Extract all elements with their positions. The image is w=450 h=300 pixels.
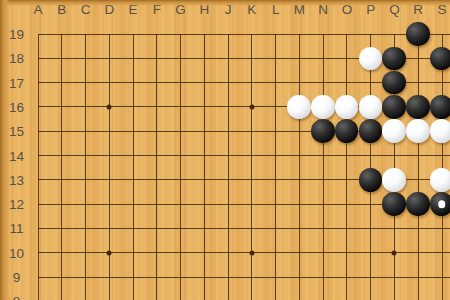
stone-cell — [359, 95, 383, 119]
stone-cell — [359, 119, 383, 143]
row-label: 15 — [9, 124, 24, 139]
stone-white — [430, 168, 450, 192]
stone-white — [382, 168, 406, 192]
stone-cell — [335, 95, 359, 119]
stone-black — [430, 95, 450, 119]
stone-black — [406, 192, 430, 216]
last-move-marker — [438, 200, 446, 208]
stone-cell — [406, 22, 430, 46]
board-edge-top — [0, 0, 450, 6]
stone-cell — [406, 192, 430, 216]
stone-cell — [382, 70, 406, 94]
stone-black — [382, 47, 406, 71]
row-label: 12 — [9, 197, 24, 212]
go-board[interactable]: ABCDEFGHJKLMNOPQRS1918171615141312111098 — [0, 0, 450, 300]
stone-white — [359, 47, 383, 71]
stone-cell — [430, 46, 450, 70]
row-label: 8 — [13, 294, 21, 300]
stone-black — [335, 119, 359, 143]
stone-black — [382, 192, 406, 216]
stone-cell — [430, 95, 450, 119]
stone-black — [359, 168, 383, 192]
stone-cell — [406, 95, 430, 119]
row-label: 19 — [9, 27, 24, 42]
stone-cell — [382, 119, 406, 143]
stone-black — [430, 47, 450, 71]
stone-white — [359, 95, 383, 119]
stone-white — [406, 119, 430, 143]
stone-cell — [382, 95, 406, 119]
stone-white — [335, 95, 359, 119]
row-label: 16 — [9, 99, 24, 114]
stone-cell — [406, 119, 430, 143]
stone-cell — [430, 192, 450, 216]
stone-white — [430, 119, 450, 143]
board-edge-left — [0, 0, 9, 300]
stone-white — [311, 95, 335, 119]
row-label: 14 — [9, 148, 24, 163]
stone-white — [382, 119, 406, 143]
row-label: 17 — [9, 75, 24, 90]
stone-cell — [430, 168, 450, 192]
stone-black — [406, 22, 430, 46]
stone-black — [382, 95, 406, 119]
stone-cell — [335, 119, 359, 143]
row-label: 13 — [9, 172, 24, 187]
stone-black — [359, 119, 383, 143]
row-label: 18 — [9, 51, 24, 66]
stone-white — [287, 95, 311, 119]
stone-cell — [430, 119, 450, 143]
row-label: 11 — [9, 221, 23, 236]
stone-cell — [287, 95, 311, 119]
row-label: 10 — [9, 245, 24, 260]
row-label: 9 — [13, 270, 21, 285]
stone-cell — [382, 46, 406, 70]
stone-cell — [382, 192, 406, 216]
stone-cell — [311, 95, 335, 119]
stone-black — [382, 71, 406, 95]
stone-black — [430, 192, 450, 216]
stone-black — [311, 119, 335, 143]
stone-black — [406, 95, 430, 119]
stone-cell — [382, 168, 406, 192]
stone-cell — [359, 168, 383, 192]
stone-cell — [359, 46, 383, 70]
stone-grid — [26, 22, 450, 300]
stone-cell — [311, 119, 335, 143]
